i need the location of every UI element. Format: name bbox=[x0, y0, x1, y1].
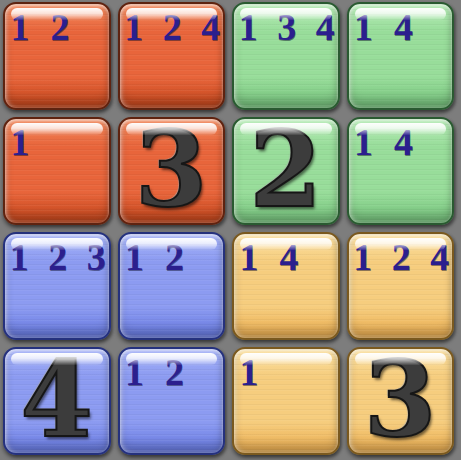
gloss-highlight bbox=[126, 238, 218, 250]
gloss-highlight bbox=[126, 123, 218, 135]
gloss-highlight bbox=[355, 238, 447, 250]
cell-r3c4[interactable]: 124 bbox=[347, 232, 455, 340]
cell-r1c1[interactable]: 12 bbox=[3, 2, 111, 110]
gloss-highlight bbox=[126, 353, 218, 365]
sudoku-board: 121241341413214123121412441213 bbox=[0, 0, 461, 460]
gloss-highlight bbox=[240, 123, 332, 135]
gloss-highlight bbox=[240, 238, 332, 250]
cell-r3c2[interactable]: 12 bbox=[118, 232, 226, 340]
cell-r4c4[interactable]: 3 bbox=[347, 347, 455, 455]
cell-r4c2[interactable]: 12 bbox=[118, 347, 226, 455]
cell-r4c3[interactable]: 1 bbox=[232, 347, 340, 455]
gloss-highlight bbox=[11, 238, 103, 250]
cell-r3c3[interactable]: 14 bbox=[232, 232, 340, 340]
gloss-highlight bbox=[126, 8, 218, 20]
cell-r3c1[interactable]: 123 bbox=[3, 232, 111, 340]
cell-r1c4[interactable]: 14 bbox=[347, 2, 455, 110]
cell-r2c2[interactable]: 3 bbox=[118, 117, 226, 225]
cell-r2c1[interactable]: 1 bbox=[3, 117, 111, 225]
gloss-highlight bbox=[240, 8, 332, 20]
cell-r2c4[interactable]: 14 bbox=[347, 117, 455, 225]
gloss-highlight bbox=[355, 353, 447, 365]
cell-r1c3[interactable]: 134 bbox=[232, 2, 340, 110]
gloss-highlight bbox=[11, 353, 103, 365]
gloss-highlight bbox=[11, 123, 103, 135]
gloss-highlight bbox=[355, 123, 447, 135]
gloss-highlight bbox=[11, 8, 103, 20]
gloss-highlight bbox=[355, 8, 447, 20]
cell-r1c2[interactable]: 124 bbox=[118, 2, 226, 110]
gloss-highlight bbox=[240, 353, 332, 365]
cell-r4c1[interactable]: 4 bbox=[3, 347, 111, 455]
cell-r2c3[interactable]: 2 bbox=[232, 117, 340, 225]
